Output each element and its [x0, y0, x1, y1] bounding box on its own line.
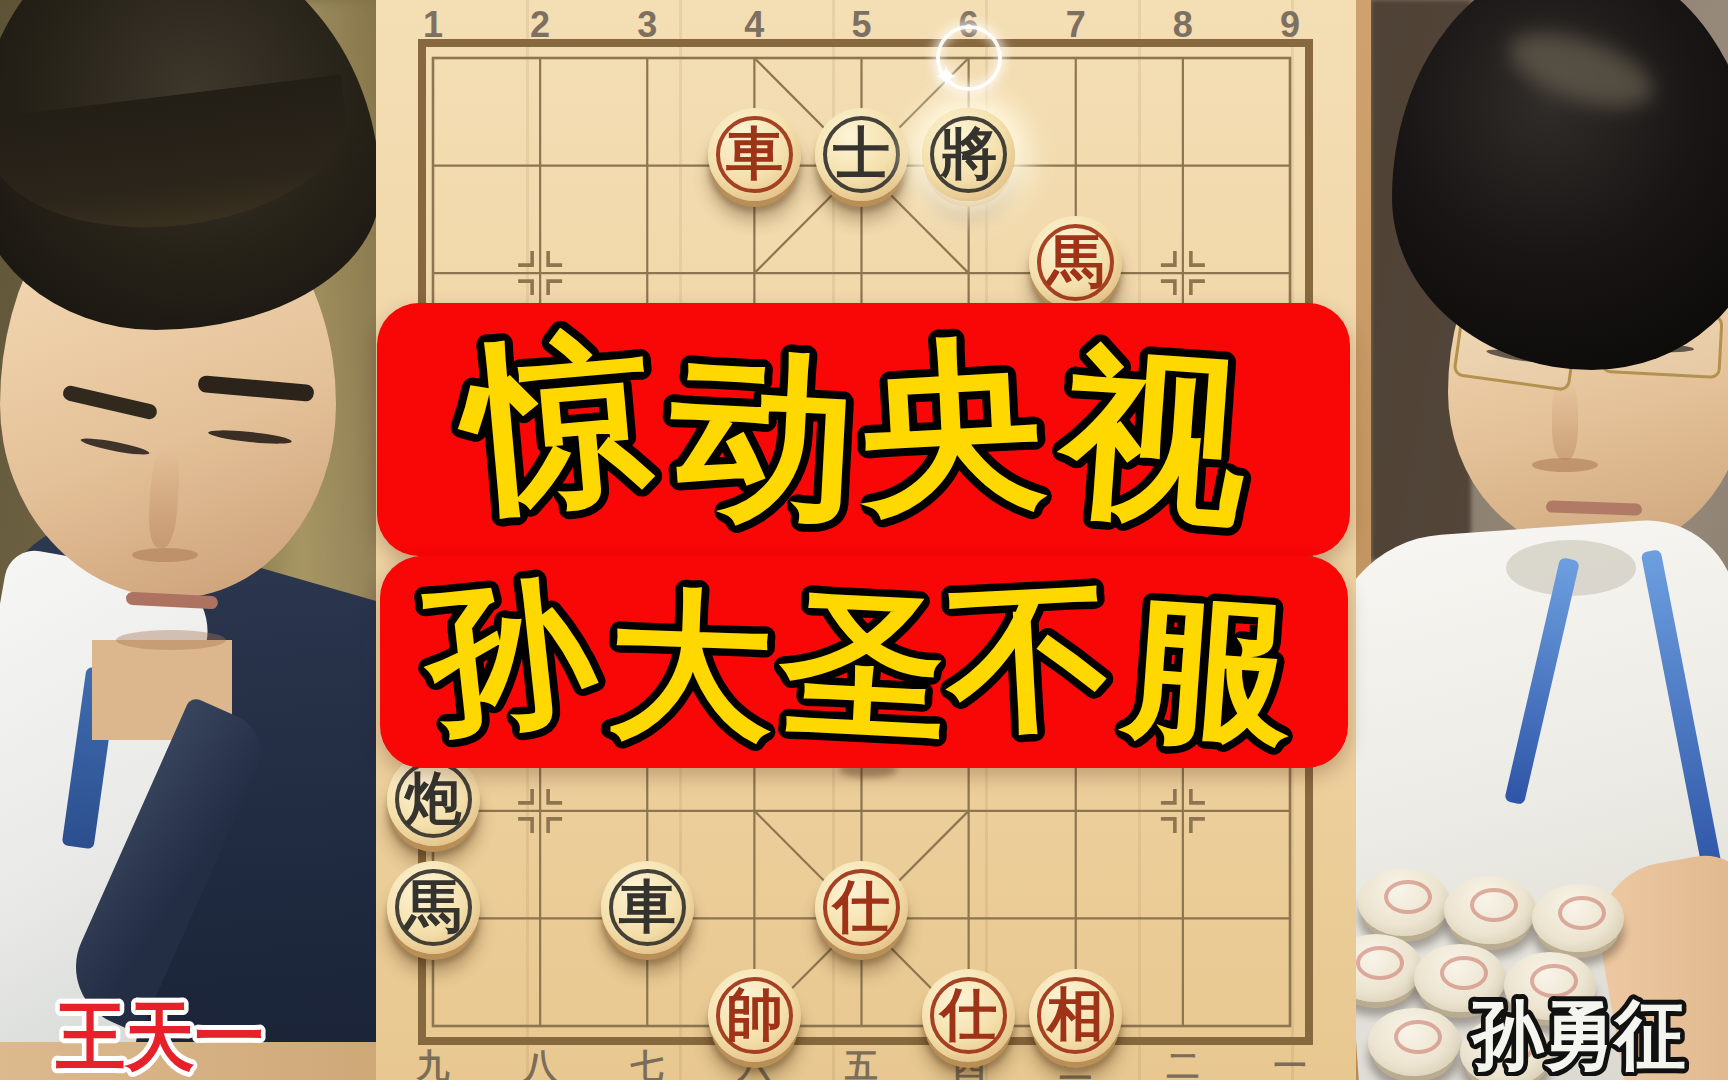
piece-character: 仕 [833, 878, 890, 935]
player-name-left: 王天一 [28, 992, 292, 1078]
player-name-right: 孙勇征 [1444, 990, 1714, 1076]
piece-character: 仕 [940, 986, 997, 1043]
sparkle-icon: ✦ [934, 59, 959, 94]
file-label-bottom-1: 九 [411, 1044, 455, 1080]
piece-character: 士 [833, 125, 890, 182]
file-label-bottom-9: 一 [1268, 1044, 1312, 1080]
file-label-top-7: 7 [1054, 4, 1098, 46]
piece-black-車-f3r9[interactable]: 車 [601, 861, 694, 954]
file-label-bottom-3: 七 [625, 1044, 669, 1080]
file-label-bottom-5: 五 [840, 1044, 884, 1080]
piece-red-相-f7r10[interactable]: 相 [1029, 969, 1122, 1062]
left-player-nose-shadow [132, 548, 198, 562]
file-label-top-1: 1 [411, 4, 455, 46]
piece-character: 炮 [405, 770, 462, 827]
file-label-top-4: 4 [732, 4, 776, 46]
file-label-bottom-8: 二 [1161, 1044, 1205, 1080]
piece-red-車-f4r2[interactable]: 車 [708, 108, 801, 201]
piece-black-馬-f1r9[interactable]: 馬 [387, 861, 480, 954]
piece-red-馬-f7r3[interactable]: 馬 [1029, 216, 1122, 309]
piece-black-將-f6r2[interactable]: 將 [922, 108, 1015, 201]
left-player-chin-shadow [116, 630, 226, 650]
screenshot-stage: 123456789 九八七六五四三二一 車士將馬炮馬車仕帥仕相 ✦ 惊动央视 孙… [0, 0, 1728, 1080]
captured-piece [1532, 884, 1624, 952]
file-label-top-8: 8 [1161, 4, 1205, 46]
captured-piece [1358, 868, 1450, 936]
piece-character: 相 [1047, 986, 1104, 1043]
file-label-top-2: 2 [518, 4, 562, 46]
file-label-bottom-2: 八 [518, 1044, 562, 1080]
captured-piece [1444, 876, 1536, 944]
banner-text-line1: 惊动央视 [449, 313, 1265, 547]
piece-character: 車 [619, 878, 676, 935]
file-label-top-5: 5 [840, 4, 884, 46]
player-name-left-text: 王天一 [55, 994, 264, 1079]
player-photo-right [1356, 0, 1728, 1080]
right-player-nose [1552, 380, 1578, 460]
piece-character: 將 [940, 125, 997, 182]
piece-character: 車 [726, 125, 783, 182]
piece-red-帥-f4r10[interactable]: 帥 [708, 969, 801, 1062]
caption-banner-line2: 孙大圣不服 [380, 556, 1348, 768]
right-player-nose-shadow [1532, 458, 1598, 472]
caption-banner-line1: 惊动央视 [377, 303, 1350, 556]
banner-text-line2: 孙大圣不服 [414, 556, 1305, 764]
player-name-right-text: 孙勇征 [1470, 992, 1686, 1077]
last-move-marker: ✦ [936, 25, 1002, 91]
piece-character: 帥 [726, 986, 783, 1043]
piece-black-士-f5r2[interactable]: 士 [815, 108, 908, 201]
piece-red-仕-f6r10[interactable]: 仕 [922, 969, 1015, 1062]
player-photo-left [0, 0, 376, 1080]
piece-character: 馬 [1047, 233, 1104, 290]
piece-red-仕-f5r9[interactable]: 仕 [815, 861, 908, 954]
piece-character: 馬 [405, 878, 462, 935]
file-label-top-9: 9 [1268, 4, 1312, 46]
file-label-top-3: 3 [625, 4, 669, 46]
